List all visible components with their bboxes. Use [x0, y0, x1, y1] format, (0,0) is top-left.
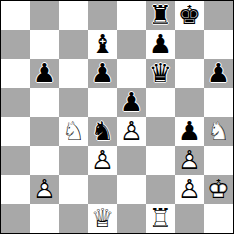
square-g5[interactable] — [175, 88, 204, 117]
square-a8[interactable] — [1, 1, 30, 30]
square-f4[interactable] — [146, 117, 175, 146]
black-queen-icon: ♛ — [146, 59, 175, 88]
black-pawn-icon: ♟ — [117, 88, 146, 117]
square-e7[interactable] — [117, 30, 146, 59]
black-piece-layer: ♟ — [30, 59, 59, 88]
white-piece-outline-layer: ♔ — [204, 175, 233, 204]
black-piece-layer: ♟ — [88, 59, 117, 88]
black-piece-layer: ♞ — [88, 117, 117, 146]
square-h7[interactable] — [204, 30, 233, 59]
white-pawn-icon: ♟♙ — [30, 175, 59, 204]
square-b6[interactable]: ♟ — [30, 59, 59, 88]
square-e2[interactable] — [117, 175, 146, 204]
square-g6[interactable] — [175, 59, 204, 88]
white-queen-icon: ♛♕ — [88, 204, 117, 233]
square-c1[interactable] — [59, 204, 88, 233]
white-piece-outline-layer: ♙ — [88, 146, 117, 175]
black-pawn-icon: ♟ — [146, 30, 175, 59]
square-a7[interactable] — [1, 30, 30, 59]
square-g1[interactable] — [175, 204, 204, 233]
black-pawn-icon: ♟ — [175, 117, 204, 146]
square-h8[interactable] — [204, 1, 233, 30]
square-f6[interactable]: ♛ — [146, 59, 175, 88]
square-a3[interactable] — [1, 146, 30, 175]
black-piece-layer: ♝ — [88, 30, 117, 59]
white-pawn-icon: ♟♙ — [175, 146, 204, 175]
square-c8[interactable] — [59, 1, 88, 30]
square-f3[interactable] — [146, 146, 175, 175]
square-c5[interactable] — [59, 88, 88, 117]
black-piece-layer: ♚ — [175, 1, 204, 30]
square-e1[interactable] — [117, 204, 146, 233]
black-piece-layer: ♟ — [117, 88, 146, 117]
black-bishop-icon: ♝ — [88, 30, 117, 59]
square-a4[interactable] — [1, 117, 30, 146]
black-piece-layer: ♟ — [146, 30, 175, 59]
white-piece-outline-layer: ♖ — [146, 204, 175, 233]
white-piece-outline-layer: ♙ — [175, 175, 204, 204]
square-d5[interactable] — [88, 88, 117, 117]
square-g7[interactable] — [175, 30, 204, 59]
white-king-icon: ♚♔ — [204, 175, 233, 204]
square-b1[interactable] — [30, 204, 59, 233]
square-d4[interactable]: ♞ — [88, 117, 117, 146]
square-b3[interactable] — [30, 146, 59, 175]
white-knight-icon: ♞♘ — [59, 117, 88, 146]
square-b5[interactable] — [30, 88, 59, 117]
black-piece-layer: ♟ — [175, 117, 204, 146]
black-rook-icon: ♜ — [146, 1, 175, 30]
black-pawn-icon: ♟ — [30, 59, 59, 88]
square-g2[interactable]: ♟♙ — [175, 175, 204, 204]
white-pawn-icon: ♟♙ — [117, 117, 146, 146]
square-b7[interactable] — [30, 30, 59, 59]
square-b8[interactable] — [30, 1, 59, 30]
chess-board: ♜♚♝♟♟♟♛♟♟♞♘♞♟♙♟♞♘♟♙♟♙♟♙♟♙♚♔♛♕♜♖ — [0, 0, 234, 234]
black-king-icon: ♚ — [175, 1, 204, 30]
white-piece-outline-layer: ♘ — [204, 117, 233, 146]
square-b4[interactable] — [30, 117, 59, 146]
square-h6[interactable]: ♟ — [204, 59, 233, 88]
square-e5[interactable]: ♟ — [117, 88, 146, 117]
white-pawn-icon: ♟♙ — [175, 175, 204, 204]
white-piece-outline-layer: ♙ — [175, 146, 204, 175]
square-b2[interactable]: ♟♙ — [30, 175, 59, 204]
white-piece-outline-layer: ♘ — [59, 117, 88, 146]
square-d2[interactable] — [88, 175, 117, 204]
white-piece-outline-layer: ♕ — [88, 204, 117, 233]
square-f1[interactable]: ♜♖ — [146, 204, 175, 233]
square-f2[interactable] — [146, 175, 175, 204]
square-c7[interactable] — [59, 30, 88, 59]
white-pawn-icon: ♟♙ — [88, 146, 117, 175]
square-c6[interactable] — [59, 59, 88, 88]
square-h5[interactable] — [204, 88, 233, 117]
chess-board-grid: ♜♚♝♟♟♟♛♟♟♞♘♞♟♙♟♞♘♟♙♟♙♟♙♟♙♚♔♛♕♜♖ — [1, 1, 233, 233]
square-a5[interactable] — [1, 88, 30, 117]
square-f5[interactable] — [146, 88, 175, 117]
white-piece-outline-layer: ♙ — [117, 117, 146, 146]
black-pawn-icon: ♟ — [204, 59, 233, 88]
black-pawn-icon: ♟ — [88, 59, 117, 88]
square-e8[interactable] — [117, 1, 146, 30]
white-rook-icon: ♜♖ — [146, 204, 175, 233]
square-e4[interactable]: ♟♙ — [117, 117, 146, 146]
square-g3[interactable]: ♟♙ — [175, 146, 204, 175]
square-e3[interactable] — [117, 146, 146, 175]
square-g8[interactable]: ♚ — [175, 1, 204, 30]
square-h2[interactable]: ♚♔ — [204, 175, 233, 204]
square-d3[interactable]: ♟♙ — [88, 146, 117, 175]
square-h3[interactable] — [204, 146, 233, 175]
white-piece-outline-layer: ♙ — [30, 175, 59, 204]
black-piece-layer: ♛ — [146, 59, 175, 88]
square-a6[interactable] — [1, 59, 30, 88]
square-c2[interactable] — [59, 175, 88, 204]
square-f7[interactable]: ♟ — [146, 30, 175, 59]
square-d7[interactable]: ♝ — [88, 30, 117, 59]
black-knight-icon: ♞ — [88, 117, 117, 146]
square-h4[interactable]: ♞♘ — [204, 117, 233, 146]
square-h1[interactable] — [204, 204, 233, 233]
white-knight-icon: ♞♘ — [204, 117, 233, 146]
black-piece-layer: ♜ — [146, 1, 175, 30]
black-piece-layer: ♟ — [204, 59, 233, 88]
square-a2[interactable] — [1, 175, 30, 204]
square-c4[interactable]: ♞♘ — [59, 117, 88, 146]
square-g4[interactable]: ♟ — [175, 117, 204, 146]
square-d6[interactable]: ♟ — [88, 59, 117, 88]
square-a1[interactable] — [1, 204, 30, 233]
square-f8[interactable]: ♜ — [146, 1, 175, 30]
square-d1[interactable]: ♛♕ — [88, 204, 117, 233]
square-e6[interactable] — [117, 59, 146, 88]
square-c3[interactable] — [59, 146, 88, 175]
square-d8[interactable] — [88, 1, 117, 30]
